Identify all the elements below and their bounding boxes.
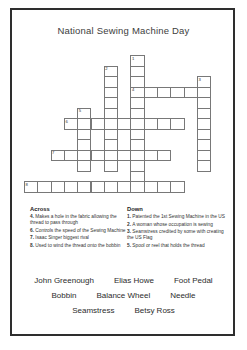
word-bank-row: John GreenoughElias HoweFoot Pedal [34,276,212,285]
down-heading: Down [127,206,229,213]
word-bank-item: Bobbin [51,291,76,300]
grid-cell[interactable] [197,160,211,172]
grid-cell[interactable] [144,118,158,130]
grid-cell[interactable] [144,87,158,99]
grid-cell[interactable] [184,87,198,99]
grid-cell[interactable] [64,181,78,193]
grid-cell[interactable]: 7 [51,150,65,162]
grid-cell[interactable] [117,118,131,130]
grid-cell[interactable] [130,181,144,193]
grid-cell[interactable] [77,181,91,193]
grid-cell[interactable] [91,118,105,130]
grid-cell[interactable] [144,181,158,193]
down-clues-section: Down 1. Patented the 1st Sewing Machine … [127,206,229,250]
grid-cell[interactable] [157,118,171,130]
grid-cell[interactable] [157,150,171,162]
grid-cell[interactable] [170,181,184,193]
grid-cell[interactable]: 6 [64,118,78,130]
grid-cell[interactable] [51,181,65,193]
clue-item: 7. Isaac Singer biggest rival [30,235,126,241]
down-clue-list: 1. Patented the 1st Sewing Machine in th… [127,214,229,248]
across-clues-section: Across 4. Makes a hole in the fabric all… [30,206,126,250]
word-bank-item: John Greenough [34,276,94,285]
grid-cell[interactable] [157,181,171,193]
grid-cell[interactable] [91,150,105,162]
clue-number: 2 [105,66,107,71]
word-bank-item: Needle [170,291,195,300]
clue-item: 6. Controls the speed of the Sewing Mach… [30,228,126,234]
word-bank-item: Balance Wheel [96,291,150,300]
clue-item: 5. Spool or reel that holds the thread [127,243,229,249]
grid-cell[interactable] [170,87,184,99]
word-bank: John GreenoughElias HoweFoot PedalBobbin… [12,276,235,315]
clue-item: 1. Patented the 1st Sewing Machine in th… [127,214,229,220]
clue-item: 2. A woman whose occupation is sewing [127,222,229,228]
grid-cell[interactable] [64,150,78,162]
clue-item: 3. Seamstress credited by some with crea… [127,229,229,241]
word-bank-item: Elias Howe [114,276,154,285]
clue-item: 8. Used to wind the thread onto the bobb… [30,243,126,249]
grid-cell[interactable] [77,160,91,172]
clue-number: 6 [65,119,67,124]
grid-cell[interactable] [37,181,51,193]
grid-cell[interactable] [117,181,131,193]
clue-number: 1 [132,56,134,61]
word-bank-item: Seamstress [72,306,114,315]
clue-number: 3 [198,77,200,82]
word-bank-item: Foot Pedal [174,276,213,285]
grid-cell[interactable] [157,87,171,99]
clue-number: 5 [79,108,81,113]
clue-item: 4. Makes a hole in the fabric allowing t… [30,214,126,226]
word-bank-item: Betsy Ross [134,306,174,315]
grid-cell[interactable]: 8 [24,181,38,193]
clue-number: 4 [132,87,134,92]
grid-cell[interactable] [117,150,131,162]
word-bank-row: SeamstressBetsy Ross [72,306,175,315]
word-bank-row: BobbinBalance WheelNeedle [51,291,195,300]
clue-number: 8 [26,182,28,187]
across-heading: Across [30,206,126,213]
grid-cell[interactable] [144,150,158,162]
grid-cell[interactable] [170,118,184,130]
across-clue-list: 4. Makes a hole in the fabric allowing t… [30,214,126,248]
grid-cell[interactable] [91,181,105,193]
clue-number: 7 [52,150,54,155]
grid-cell[interactable] [104,160,118,172]
grid-cell[interactable] [104,181,118,193]
